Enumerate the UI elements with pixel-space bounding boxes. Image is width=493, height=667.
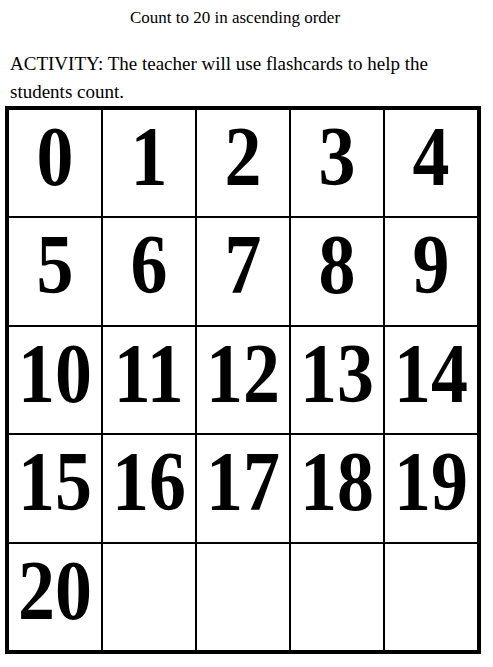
number-cell-15: 15 [8,434,102,542]
cell-number: 5 [37,223,74,307]
number-cell-20: 20 [8,543,102,651]
number-cell-4: 4 [384,109,478,217]
number-cell-5: 5 [8,217,102,325]
number-cell-18: 18 [290,434,384,542]
cell-number: 4 [413,115,450,199]
number-cell-17: 17 [196,434,290,542]
cell-number: 9 [413,223,450,307]
activity-text: ACTIVITY: The teacher will use flashcard… [10,50,473,106]
cell-number: 2 [225,115,262,199]
cell-number: 16 [112,440,186,524]
number-cell-16: 16 [102,434,196,542]
cell-number: 11 [114,332,184,416]
cell-number: 14 [394,332,468,416]
number-cell-8: 8 [290,217,384,325]
number-cell-13: 13 [290,326,384,434]
cell-number: 6 [131,223,168,307]
activity-line-2: students count. [10,78,473,106]
number-cell-6: 6 [102,217,196,325]
cell-number: 7 [225,223,262,307]
empty-cell [196,543,290,651]
cell-number: 3 [319,115,356,199]
number-cell-9: 9 [384,217,478,325]
cell-number: 15 [18,440,92,524]
cell-number: 8 [319,223,356,307]
number-cell-11: 11 [102,326,196,434]
number-cell-10: 10 [8,326,102,434]
cell-number: 17 [206,440,280,524]
activity-line-1: ACTIVITY: The teacher will use flashcard… [10,50,473,78]
number-cell-19: 19 [384,434,478,542]
cell-number: 1 [131,115,168,199]
empty-cell [384,543,478,651]
cell-number: 18 [300,440,374,524]
number-cell-12: 12 [196,326,290,434]
cell-number: 0 [37,115,74,199]
empty-cell [290,543,384,651]
cell-number: 13 [300,332,374,416]
cell-number: 12 [206,332,280,416]
number-grid: 01234567891011121314151617181920 [5,106,481,654]
worksheet-page: Count to 20 in ascending order ACTIVITY:… [0,7,493,667]
number-cell-1: 1 [102,109,196,217]
number-cell-0: 0 [8,109,102,217]
empty-cell [102,543,196,651]
number-cell-3: 3 [290,109,384,217]
cell-number: 20 [18,549,92,633]
number-cell-14: 14 [384,326,478,434]
cell-number: 19 [394,440,468,524]
number-cell-2: 2 [196,109,290,217]
worksheet-title: Count to 20 in ascending order [0,7,470,29]
number-cell-7: 7 [196,217,290,325]
cell-number: 10 [18,332,92,416]
